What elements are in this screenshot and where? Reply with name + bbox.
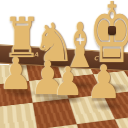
- white-pawn-4[interactable]: ♟: [86, 60, 122, 106]
- square-c6[interactable]: [0, 103, 37, 128]
- white-pawn-3[interactable]: ♟: [53, 62, 84, 102]
- white-pawn-1[interactable]: ♟: [0, 52, 33, 96]
- king-dark-finial: [108, 26, 116, 35]
- chess-photo-stage: A B C ♜ ♞ ♝ ♚ ♟ ♟ ♟ ♟: [0, 0, 128, 128]
